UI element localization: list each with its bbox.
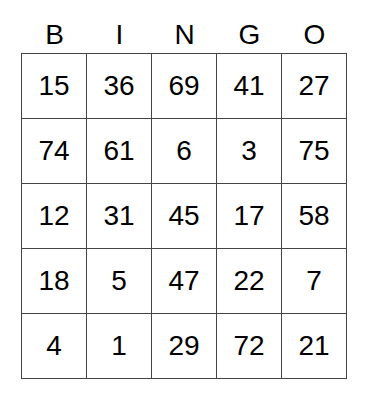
bingo-cell-r5c4[interactable]: 72: [217, 314, 282, 379]
bingo-cell-r4c1[interactable]: 18: [22, 249, 87, 314]
bingo-cell-r3c5[interactable]: 58: [282, 184, 347, 249]
bingo-cell-r4c2[interactable]: 5: [87, 249, 152, 314]
bingo-header-row: B I N G O: [22, 0, 347, 53]
bingo-header-letter-o: O: [282, 18, 347, 53]
bingo-cell-r1c2[interactable]: 36: [87, 54, 152, 119]
bingo-cell-r5c5[interactable]: 21: [282, 314, 347, 379]
bingo-cell-r3c3[interactable]: 45: [152, 184, 217, 249]
bingo-header-letter-n: N: [152, 18, 217, 53]
bingo-cell-r3c1[interactable]: 12: [22, 184, 87, 249]
bingo-cell-r5c3[interactable]: 29: [152, 314, 217, 379]
bingo-cell-r2c3[interactable]: 6: [152, 119, 217, 184]
bingo-card-page: B I N G O 15 36 69 41 27 74 61 6 3 75 12…: [0, 0, 368, 400]
bingo-cell-r3c2[interactable]: 31: [87, 184, 152, 249]
bingo-cell-r4c4[interactable]: 22: [217, 249, 282, 314]
bingo-header-letter-i: I: [87, 18, 152, 53]
bingo-cell-r1c1[interactable]: 15: [22, 54, 87, 119]
bingo-cell-r2c2[interactable]: 61: [87, 119, 152, 184]
bingo-header-letter-g: G: [217, 18, 282, 53]
bingo-cell-r2c4[interactable]: 3: [217, 119, 282, 184]
bingo-cell-r5c1[interactable]: 4: [22, 314, 87, 379]
bingo-cell-r1c3[interactable]: 69: [152, 54, 217, 119]
bingo-cell-r3c4[interactable]: 17: [217, 184, 282, 249]
bingo-cell-r4c5[interactable]: 7: [282, 249, 347, 314]
bingo-header-letter-b: B: [22, 18, 87, 53]
bingo-cell-r5c2[interactable]: 1: [87, 314, 152, 379]
bingo-cell-r1c5[interactable]: 27: [282, 54, 347, 119]
bingo-grid: 15 36 69 41 27 74 61 6 3 75 12 31 45 17 …: [21, 53, 347, 379]
bingo-cell-r2c1[interactable]: 74: [22, 119, 87, 184]
bingo-cell-r1c4[interactable]: 41: [217, 54, 282, 119]
bingo-cell-r2c5[interactable]: 75: [282, 119, 347, 184]
bingo-cell-r4c3[interactable]: 47: [152, 249, 217, 314]
bingo-card: B I N G O 15 36 69 41 27 74 61 6 3 75 12…: [21, 0, 347, 379]
